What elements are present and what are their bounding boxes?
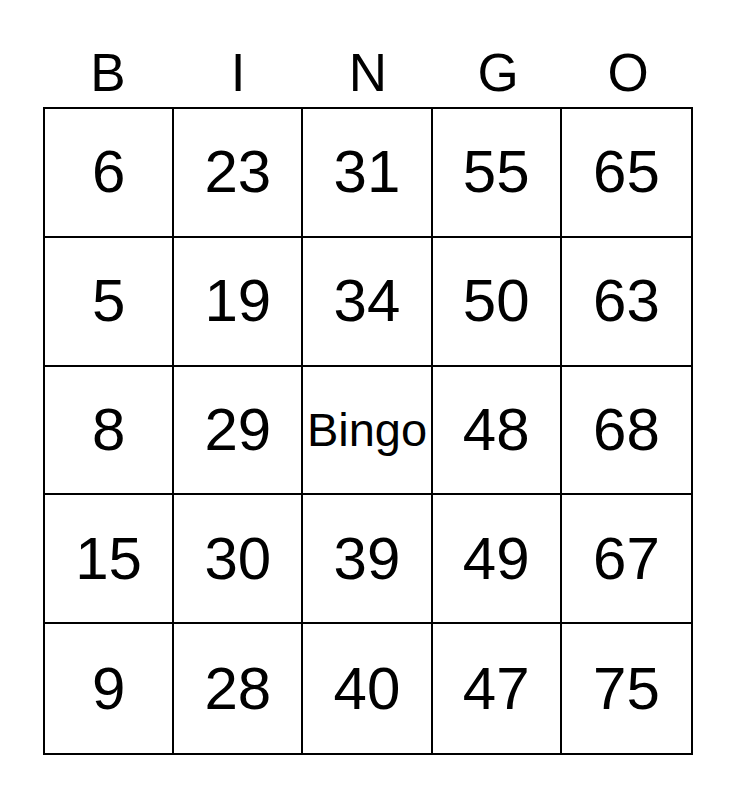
- cell-r3c5[interactable]: 68: [562, 367, 691, 496]
- cell-r4c3[interactable]: 39: [303, 495, 432, 624]
- cell-r3c2[interactable]: 29: [174, 367, 303, 496]
- cell-r1c3[interactable]: 31: [303, 109, 432, 238]
- cell-r5c4[interactable]: 47: [433, 624, 562, 753]
- header-letter-g: G: [433, 36, 563, 108]
- cell-r4c5[interactable]: 67: [562, 495, 691, 624]
- cell-r1c5[interactable]: 65: [562, 109, 691, 238]
- bingo-card-page: B I N G O 6 23 31 55 65 5 19 34 50 63 8 …: [0, 0, 736, 800]
- header-letter-o: O: [563, 36, 693, 108]
- cell-r1c2[interactable]: 23: [174, 109, 303, 238]
- cell-r4c1[interactable]: 15: [45, 495, 174, 624]
- cell-r2c4[interactable]: 50: [433, 238, 562, 367]
- header-letter-b: B: [43, 36, 173, 108]
- bingo-board: 6 23 31 55 65 5 19 34 50 63 8 29 Bingo 4…: [43, 107, 693, 755]
- cell-r5c1[interactable]: 9: [45, 624, 174, 753]
- cell-r5c3[interactable]: 40: [303, 624, 432, 753]
- bingo-header-row: B I N G O: [43, 36, 693, 108]
- cell-r2c1[interactable]: 5: [45, 238, 174, 367]
- cell-r4c4[interactable]: 49: [433, 495, 562, 624]
- cell-r2c2[interactable]: 19: [174, 238, 303, 367]
- cell-r2c3[interactable]: 34: [303, 238, 432, 367]
- cell-r5c2[interactable]: 28: [174, 624, 303, 753]
- cell-r4c2[interactable]: 30: [174, 495, 303, 624]
- cell-r5c5[interactable]: 75: [562, 624, 691, 753]
- cell-r1c4[interactable]: 55: [433, 109, 562, 238]
- cell-r1c1[interactable]: 6: [45, 109, 174, 238]
- cell-r3c4[interactable]: 48: [433, 367, 562, 496]
- cell-r2c5[interactable]: 63: [562, 238, 691, 367]
- header-letter-n: N: [303, 36, 433, 108]
- free-space-cell[interactable]: Bingo: [303, 367, 432, 496]
- cell-r3c1[interactable]: 8: [45, 367, 174, 496]
- header-letter-i: I: [173, 36, 303, 108]
